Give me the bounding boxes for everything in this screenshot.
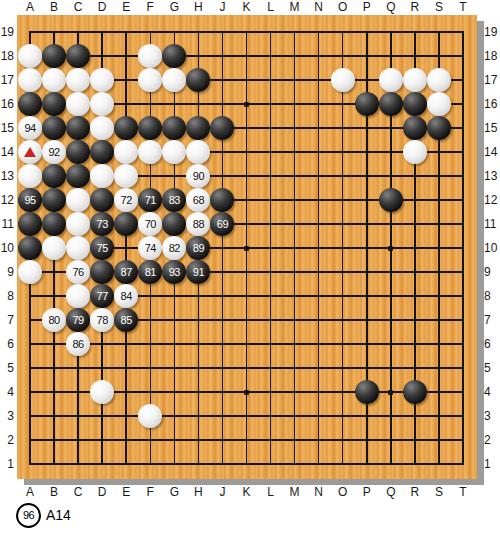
stone-H11: 88 <box>186 212 210 236</box>
column-label-top: O <box>338 0 347 14</box>
column-label-bottom: O <box>338 485 347 499</box>
stone-H13: 90 <box>186 164 210 188</box>
stone-Q16 <box>379 92 403 116</box>
stone-E15 <box>114 116 138 140</box>
row-label-left: 7 <box>0 313 14 327</box>
last-move-triangle-marker <box>24 147 36 157</box>
stone-C15 <box>66 116 90 140</box>
stone-number: 87 <box>121 267 132 278</box>
grid-line <box>29 463 464 465</box>
stone-P16 <box>355 92 379 116</box>
stone-number: 82 <box>169 243 180 254</box>
column-label-bottom: B <box>50 485 58 499</box>
row-label-left: 3 <box>0 409 14 423</box>
stone-F3 <box>138 404 162 428</box>
column-label-top: K <box>242 0 250 14</box>
grid-line <box>270 31 272 465</box>
row-label-right: 16 <box>484 97 500 111</box>
stone-R14 <box>403 140 427 164</box>
column-label-bottom: H <box>194 485 203 499</box>
stone-F17 <box>138 68 162 92</box>
row-label-left: 13 <box>0 169 14 183</box>
caption-white-stone-icon: 96 <box>16 503 41 528</box>
stone-number: 88 <box>193 219 204 230</box>
stone-G11 <box>162 212 186 236</box>
star-point <box>244 102 249 107</box>
stone-J15 <box>210 116 234 140</box>
column-label-top: S <box>435 0 443 14</box>
star-point <box>388 246 393 251</box>
column-label-top: E <box>122 0 130 14</box>
stone-C17 <box>66 68 90 92</box>
stone-A11 <box>18 212 42 236</box>
stone-number: 70 <box>145 219 156 230</box>
stone-D10: 75 <box>90 236 114 260</box>
row-label-right: 15 <box>484 121 500 135</box>
column-label-top: B <box>50 0 58 14</box>
column-label-bottom: P <box>363 485 371 499</box>
column-label-bottom: M <box>290 485 300 499</box>
star-point <box>388 390 393 395</box>
stone-B11 <box>42 212 66 236</box>
row-label-right: 5 <box>484 361 500 375</box>
stone-Q17 <box>379 68 403 92</box>
row-label-left: 5 <box>0 361 14 375</box>
stone-C9: 76 <box>66 260 90 284</box>
column-label-top: C <box>74 0 83 14</box>
row-label-left: 14 <box>0 145 14 159</box>
stone-F11: 70 <box>138 212 162 236</box>
go-diagram-page: 9492909572718368737088697574828976878193… <box>0 0 500 537</box>
stone-G12: 83 <box>162 188 186 212</box>
stone-A16 <box>18 92 42 116</box>
row-label-left: 9 <box>0 265 14 279</box>
stone-B15 <box>42 116 66 140</box>
stone-B13 <box>42 164 66 188</box>
stone-D4 <box>90 380 114 404</box>
row-label-right: 9 <box>484 265 500 279</box>
stone-O17 <box>331 68 355 92</box>
row-label-left: 18 <box>0 49 14 63</box>
stone-E12: 72 <box>114 188 138 212</box>
row-label-left: 19 <box>0 25 14 39</box>
stone-A18 <box>18 44 42 68</box>
column-label-top: R <box>411 0 420 14</box>
column-label-bottom: N <box>314 485 323 499</box>
stone-number: 85 <box>121 315 132 326</box>
stone-C13 <box>66 164 90 188</box>
stone-number: 92 <box>48 147 59 158</box>
stone-B16 <box>42 92 66 116</box>
stone-C11 <box>66 212 90 236</box>
stone-D9 <box>90 260 114 284</box>
row-label-left: 6 <box>0 337 14 351</box>
stone-E7: 85 <box>114 308 138 332</box>
stone-J12 <box>210 188 234 212</box>
column-label-top: H <box>194 0 203 14</box>
column-label-bottom: D <box>98 485 107 499</box>
stone-G9: 93 <box>162 260 186 284</box>
stone-A15: 94 <box>18 116 42 140</box>
row-label-right: 17 <box>484 73 500 87</box>
stone-F15 <box>138 116 162 140</box>
row-label-left: 8 <box>0 289 14 303</box>
stone-D13 <box>90 164 114 188</box>
row-label-right: 19 <box>484 25 500 39</box>
column-label-top: F <box>147 0 154 14</box>
column-label-top: Q <box>386 0 395 14</box>
column-label-bottom: F <box>147 485 154 499</box>
row-label-left: 12 <box>0 193 14 207</box>
stone-number: 93 <box>169 267 180 278</box>
stone-B7: 80 <box>42 308 66 332</box>
row-label-right: 14 <box>484 145 500 159</box>
row-label-right: 18 <box>484 49 500 63</box>
row-label-left: 2 <box>0 433 14 447</box>
column-label-top: N <box>314 0 323 14</box>
stone-number: 90 <box>193 171 204 182</box>
column-label-bottom: A <box>26 485 34 499</box>
row-label-left: 4 <box>0 385 14 399</box>
row-label-left: 17 <box>0 73 14 87</box>
stone-number: 68 <box>193 195 204 206</box>
stone-B18 <box>42 44 66 68</box>
stone-D7: 78 <box>90 308 114 332</box>
column-label-top: P <box>363 0 371 14</box>
grid-line <box>29 415 464 417</box>
stone-A12: 95 <box>18 188 42 212</box>
stone-A17 <box>18 68 42 92</box>
stone-B14: 92 <box>42 140 66 164</box>
stone-H14 <box>186 140 210 164</box>
star-point <box>244 390 249 395</box>
column-label-bottom: S <box>435 485 443 499</box>
grid-line <box>462 31 464 465</box>
stone-B17 <box>42 68 66 92</box>
row-label-right: 3 <box>484 409 500 423</box>
column-label-bottom: R <box>411 485 420 499</box>
stone-R4 <box>403 380 427 404</box>
stone-number: 69 <box>217 219 228 230</box>
stone-number: 73 <box>97 219 108 230</box>
row-label-right: 4 <box>484 385 500 399</box>
stone-H15 <box>186 116 210 140</box>
grid-line <box>294 31 296 465</box>
stone-S16 <box>427 92 451 116</box>
stone-number: 71 <box>145 195 156 206</box>
stone-number: 86 <box>72 339 83 350</box>
stone-D17 <box>90 68 114 92</box>
column-label-top: J <box>219 0 225 14</box>
stone-number: 95 <box>24 195 35 206</box>
stone-H12: 68 <box>186 188 210 212</box>
stone-Q12 <box>379 188 403 212</box>
row-label-right: 12 <box>484 193 500 207</box>
stone-D12 <box>90 188 114 212</box>
stone-number: 89 <box>193 243 204 254</box>
column-label-bottom: J <box>219 485 225 499</box>
stone-E11 <box>114 212 138 236</box>
stone-number: 81 <box>145 267 156 278</box>
row-label-right: 11 <box>484 217 500 231</box>
stone-S15 <box>427 116 451 140</box>
stone-F9: 81 <box>138 260 162 284</box>
column-label-bottom: E <box>122 485 130 499</box>
row-label-right: 7 <box>484 313 500 327</box>
column-label-top: L <box>267 0 274 14</box>
grid-line <box>29 343 464 345</box>
stone-R16 <box>403 92 427 116</box>
row-label-left: 11 <box>0 217 14 231</box>
grid-line <box>29 367 464 369</box>
column-label-bottom: C <box>74 485 83 499</box>
stone-E9: 87 <box>114 260 138 284</box>
stone-F10: 74 <box>138 236 162 260</box>
stone-number: 91 <box>193 267 204 278</box>
grid-line <box>29 439 464 441</box>
stone-C16 <box>66 92 90 116</box>
row-label-left: 10 <box>0 241 14 255</box>
stone-F12: 71 <box>138 188 162 212</box>
stone-G10: 82 <box>162 236 186 260</box>
stone-D8: 77 <box>90 284 114 308</box>
column-label-top: D <box>98 0 107 14</box>
stone-C10 <box>66 236 90 260</box>
stone-number: 94 <box>24 123 35 134</box>
stone-P4 <box>355 380 379 404</box>
column-label-bottom: K <box>242 485 250 499</box>
stone-number: 72 <box>121 195 132 206</box>
stone-H17 <box>186 68 210 92</box>
stone-S17 <box>427 68 451 92</box>
row-label-right: 13 <box>484 169 500 183</box>
stone-D16 <box>90 92 114 116</box>
stone-F14 <box>138 140 162 164</box>
stone-D11: 73 <box>90 212 114 236</box>
stone-number: 77 <box>97 291 108 302</box>
grid-line <box>318 31 320 465</box>
stone-A10 <box>18 236 42 260</box>
caption-coordinate: A14 <box>46 507 71 523</box>
stone-C18 <box>66 44 90 68</box>
stone-number: 84 <box>121 291 132 302</box>
stone-number: 79 <box>72 315 83 326</box>
stone-number: 76 <box>72 267 83 278</box>
row-label-right: 10 <box>484 241 500 255</box>
go-board: 9492909572718368737088697574828976878193… <box>17 15 477 479</box>
stone-G18 <box>162 44 186 68</box>
caption: 96 A14 <box>16 501 71 529</box>
stone-A9 <box>18 260 42 284</box>
stone-A13 <box>18 164 42 188</box>
stone-number: 74 <box>145 243 156 254</box>
stone-R17 <box>403 68 427 92</box>
row-label-right: 2 <box>484 433 500 447</box>
stone-B12 <box>42 188 66 212</box>
stone-C8 <box>66 284 90 308</box>
stone-G17 <box>162 68 186 92</box>
stone-number: 75 <box>97 243 108 254</box>
column-label-top: T <box>459 0 466 14</box>
stone-number: 78 <box>97 315 108 326</box>
stone-E13 <box>114 164 138 188</box>
column-label-top: G <box>170 0 179 14</box>
stone-C12 <box>66 188 90 212</box>
stone-H9: 91 <box>186 260 210 284</box>
column-label-bottom: Q <box>386 485 395 499</box>
stone-B10 <box>42 236 66 260</box>
column-label-bottom: L <box>267 485 274 499</box>
stone-number: 83 <box>169 195 180 206</box>
stone-F18 <box>138 44 162 68</box>
stone-number: 80 <box>48 315 59 326</box>
stone-D15 <box>90 116 114 140</box>
stone-J11: 69 <box>210 212 234 236</box>
stone-G15 <box>162 116 186 140</box>
grid-line <box>342 31 344 465</box>
row-label-left: 16 <box>0 97 14 111</box>
stone-E14 <box>114 140 138 164</box>
column-label-top: A <box>26 0 34 14</box>
row-label-left: 1 <box>0 457 14 471</box>
stone-C14 <box>66 140 90 164</box>
row-label-right: 6 <box>484 337 500 351</box>
star-point <box>244 246 249 251</box>
stone-H10: 89 <box>186 236 210 260</box>
row-label-left: 15 <box>0 121 14 135</box>
stone-C7: 79 <box>66 308 90 332</box>
row-label-right: 1 <box>484 457 500 471</box>
stone-R15 <box>403 116 427 140</box>
column-label-bottom: T <box>459 485 466 499</box>
stone-G14 <box>162 140 186 164</box>
stone-A14 <box>18 140 42 164</box>
stone-E8: 84 <box>114 284 138 308</box>
column-label-top: M <box>290 0 300 14</box>
stone-C6: 86 <box>66 332 90 356</box>
stone-D14 <box>90 140 114 164</box>
column-label-bottom: G <box>170 485 179 499</box>
row-label-right: 8 <box>484 289 500 303</box>
